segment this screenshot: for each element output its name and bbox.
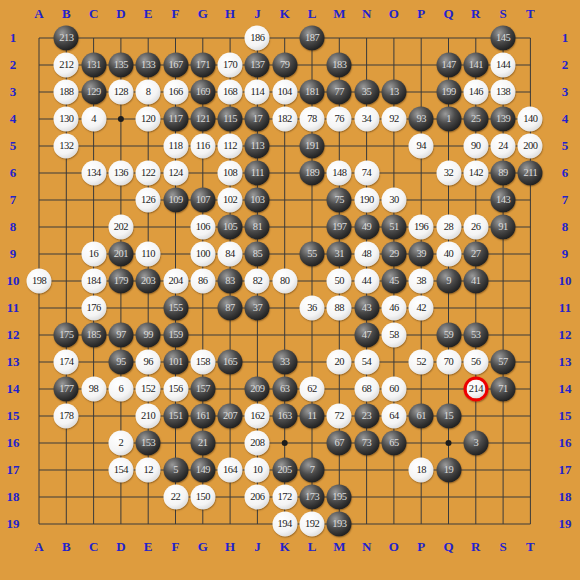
stone-g8-move-106[interactable]: 106 (190, 215, 215, 240)
stone-s7-move-143[interactable]: 143 (491, 188, 516, 213)
row-label-right-7: 7 (562, 192, 569, 208)
row-label-right-6: 6 (562, 165, 569, 181)
stone-n10-move-44[interactable]: 44 (354, 269, 379, 294)
row-label-left-4: 4 (10, 111, 17, 127)
row-label-right-11: 11 (559, 300, 571, 316)
stone-b15-move-178[interactable]: 178 (54, 404, 79, 429)
column-label-top-R: R (471, 6, 480, 22)
stone-k19-move-194[interactable]: 194 (272, 512, 297, 537)
column-label-top-N: N (362, 6, 371, 22)
stone-k15-move-163[interactable]: 163 (272, 404, 297, 429)
stone-e17-move-12[interactable]: 12 (136, 458, 161, 483)
stone-m11-move-88[interactable]: 88 (327, 296, 352, 321)
stone-m8-move-197[interactable]: 197 (327, 215, 352, 240)
stone-j11-move-37[interactable]: 37 (245, 296, 270, 321)
stone-g13-move-158[interactable]: 158 (190, 350, 215, 375)
stone-j8-move-81[interactable]: 81 (245, 215, 270, 240)
stone-q12-move-59[interactable]: 59 (436, 323, 461, 348)
row-label-left-5: 5 (10, 138, 17, 154)
stone-d13-move-95[interactable]: 95 (108, 350, 133, 375)
stone-p10-move-38[interactable]: 38 (409, 269, 434, 294)
stone-d6-move-136[interactable]: 136 (108, 161, 133, 186)
stone-o3-move-13[interactable]: 13 (381, 80, 406, 105)
row-label-right-16: 16 (559, 435, 572, 451)
stone-q9-move-40[interactable]: 40 (436, 242, 461, 267)
stone-q2-move-147[interactable]: 147 (436, 53, 461, 78)
stone-j17-move-10[interactable]: 10 (245, 458, 270, 483)
go-board: AABBCCDDEEFFGGHHJJKKLLMMNNOOPPQQRRSSTT11… (0, 0, 580, 580)
stone-p4-move-93[interactable]: 93 (409, 107, 434, 132)
stone-r12-move-53[interactable]: 53 (463, 323, 488, 348)
stone-n14-move-68[interactable]: 68 (354, 377, 379, 402)
stone-c6-move-134[interactable]: 134 (81, 161, 106, 186)
stone-m15-move-72[interactable]: 72 (327, 404, 352, 429)
stone-s8-move-91[interactable]: 91 (491, 215, 516, 240)
stone-e4-move-120[interactable]: 120 (136, 107, 161, 132)
stone-m9-move-31[interactable]: 31 (327, 242, 352, 267)
stone-l6-move-189[interactable]: 189 (300, 161, 325, 186)
stone-q3-move-199[interactable]: 199 (436, 80, 461, 105)
row-label-left-1: 1 (10, 30, 17, 46)
stone-g10-move-86[interactable]: 86 (190, 269, 215, 294)
stone-m10-move-50[interactable]: 50 (327, 269, 352, 294)
stone-g18-move-150[interactable]: 150 (190, 485, 215, 510)
row-label-right-3: 3 (562, 84, 569, 100)
stone-b12-move-175[interactable]: 175 (54, 323, 79, 348)
column-label-bottom-H: H (225, 539, 235, 555)
stone-l5-move-191[interactable]: 191 (300, 134, 325, 159)
stone-r8-move-26[interactable]: 26 (463, 215, 488, 240)
stone-f4-move-117[interactable]: 117 (163, 107, 188, 132)
stone-h8-move-105[interactable]: 105 (218, 215, 243, 240)
column-label-bottom-K: K (280, 539, 290, 555)
row-label-left-11: 11 (7, 300, 19, 316)
column-label-top-K: K (280, 6, 290, 22)
column-label-top-D: D (116, 6, 125, 22)
stone-j7-move-103[interactable]: 103 (245, 188, 270, 213)
column-label-top-F: F (172, 6, 180, 22)
stone-f7-move-109[interactable]: 109 (163, 188, 188, 213)
stone-k17-move-205[interactable]: 205 (272, 458, 297, 483)
column-label-top-S: S (499, 6, 506, 22)
stone-h2-move-170[interactable]: 170 (218, 53, 243, 78)
stone-n11-move-43[interactable]: 43 (354, 296, 379, 321)
stone-n8-move-49[interactable]: 49 (354, 215, 379, 240)
stone-g16-move-21[interactable]: 21 (190, 431, 215, 456)
stone-m4-move-76[interactable]: 76 (327, 107, 352, 132)
column-label-bottom-P: P (417, 539, 425, 555)
stone-c14-move-98[interactable]: 98 (81, 377, 106, 402)
column-label-bottom-Q: Q (443, 539, 453, 555)
column-label-bottom-G: G (198, 539, 208, 555)
stone-g14-move-157[interactable]: 157 (190, 377, 215, 402)
row-label-left-17: 17 (7, 462, 20, 478)
stone-h7-move-102[interactable]: 102 (218, 188, 243, 213)
row-label-right-9: 9 (562, 246, 569, 262)
stone-j16-move-208[interactable]: 208 (245, 431, 270, 456)
stone-s2-move-144[interactable]: 144 (491, 53, 516, 78)
stone-t4-move-140[interactable]: 140 (518, 107, 543, 132)
stone-b1-move-213[interactable]: 213 (54, 26, 79, 51)
stone-k3-move-104[interactable]: 104 (272, 80, 297, 105)
stone-f10-move-204[interactable]: 204 (163, 269, 188, 294)
stone-n13-move-54[interactable]: 54 (354, 350, 379, 375)
stone-r6-move-142[interactable]: 142 (463, 161, 488, 186)
column-label-bottom-T: T (526, 539, 535, 555)
stone-l3-move-181[interactable]: 181 (300, 80, 325, 105)
stone-e3-move-8[interactable]: 8 (136, 80, 161, 105)
stone-n3-move-35[interactable]: 35 (354, 80, 379, 105)
stone-g15-move-161[interactable]: 161 (190, 404, 215, 429)
column-label-top-H: H (225, 6, 235, 22)
column-label-top-L: L (308, 6, 317, 22)
column-label-bottom-N: N (362, 539, 371, 555)
stone-d10-move-179[interactable]: 179 (108, 269, 133, 294)
stone-m7-move-75[interactable]: 75 (327, 188, 352, 213)
stone-n7-move-190[interactable]: 190 (354, 188, 379, 213)
stone-h11-move-87[interactable]: 87 (218, 296, 243, 321)
row-label-right-12: 12 (559, 327, 572, 343)
row-label-right-10: 10 (559, 273, 572, 289)
row-label-right-15: 15 (559, 408, 572, 424)
stone-l17-move-7[interactable]: 7 (300, 458, 325, 483)
stone-r5-move-90[interactable]: 90 (463, 134, 488, 159)
stone-r13-move-56[interactable]: 56 (463, 350, 488, 375)
row-label-left-14: 14 (7, 381, 20, 397)
stone-p9-move-39[interactable]: 39 (409, 242, 434, 267)
stone-d17-move-154[interactable]: 154 (108, 458, 133, 483)
stone-n16-move-73[interactable]: 73 (354, 431, 379, 456)
stone-j15-move-162[interactable]: 162 (245, 404, 270, 429)
stone-s13-move-57[interactable]: 57 (491, 350, 516, 375)
column-label-bottom-R: R (471, 539, 480, 555)
stone-d2-move-135[interactable]: 135 (108, 53, 133, 78)
stone-c10-move-184[interactable]: 184 (81, 269, 106, 294)
column-label-bottom-A: A (34, 539, 43, 555)
row-label-left-10: 10 (7, 273, 20, 289)
row-label-left-12: 12 (7, 327, 20, 343)
stone-e6-move-122[interactable]: 122 (136, 161, 161, 186)
stone-e12-move-99[interactable]: 99 (136, 323, 161, 348)
stone-g17-move-149[interactable]: 149 (190, 458, 215, 483)
stone-l18-move-173[interactable]: 173 (300, 485, 325, 510)
stone-r4-move-25[interactable]: 25 (463, 107, 488, 132)
stone-n12-move-47[interactable]: 47 (354, 323, 379, 348)
stone-e2-move-133[interactable]: 133 (136, 53, 161, 78)
column-label-top-P: P (417, 6, 425, 22)
stone-s14-move-71[interactable]: 71 (491, 377, 516, 402)
stone-m13-move-20[interactable]: 20 (327, 350, 352, 375)
stone-l15-move-11[interactable]: 11 (300, 404, 325, 429)
stone-p17-move-18[interactable]: 18 (409, 458, 434, 483)
stone-g5-move-116[interactable]: 116 (190, 134, 215, 159)
stone-j5-move-113[interactable]: 113 (245, 134, 270, 159)
stone-q6-move-32[interactable]: 32 (436, 161, 461, 186)
stone-o11-move-46[interactable]: 46 (381, 296, 406, 321)
stone-o8-move-51[interactable]: 51 (381, 215, 406, 240)
stone-h17-move-164[interactable]: 164 (218, 458, 243, 483)
stone-k14-move-63[interactable]: 63 (272, 377, 297, 402)
stone-m19-move-193[interactable]: 193 (327, 512, 352, 537)
stone-o7-move-30[interactable]: 30 (381, 188, 406, 213)
column-label-top-Q: Q (443, 6, 453, 22)
stone-g9-move-100[interactable]: 100 (190, 242, 215, 267)
stone-f14-move-156[interactable]: 156 (163, 377, 188, 402)
stone-s6-move-89[interactable]: 89 (491, 161, 516, 186)
stone-b3-move-188[interactable]: 188 (54, 80, 79, 105)
column-label-bottom-C: C (89, 539, 98, 555)
stone-e15-move-210[interactable]: 210 (136, 404, 161, 429)
stone-n6-move-74[interactable]: 74 (354, 161, 379, 186)
row-label-left-19: 19 (7, 516, 20, 532)
stone-l11-move-36[interactable]: 36 (300, 296, 325, 321)
stone-j2-move-137[interactable]: 137 (245, 53, 270, 78)
stone-j14-move-209[interactable]: 209 (245, 377, 270, 402)
stone-h15-move-207[interactable]: 207 (218, 404, 243, 429)
stone-g7-move-107[interactable]: 107 (190, 188, 215, 213)
stone-k4-move-182[interactable]: 182 (272, 107, 297, 132)
row-label-left-8: 8 (10, 219, 17, 235)
stone-m18-move-195[interactable]: 195 (327, 485, 352, 510)
stone-e9-move-110[interactable]: 110 (136, 242, 161, 267)
stone-s1-move-145[interactable]: 145 (491, 26, 516, 51)
stone-t5-move-200[interactable]: 200 (518, 134, 543, 159)
column-label-bottom-B: B (62, 539, 71, 555)
stone-l4-move-78[interactable]: 78 (300, 107, 325, 132)
stone-b5-move-132[interactable]: 132 (54, 134, 79, 159)
stone-f18-move-22[interactable]: 22 (163, 485, 188, 510)
stone-r3-move-146[interactable]: 146 (463, 80, 488, 105)
stone-c12-move-185[interactable]: 185 (81, 323, 106, 348)
row-label-right-4: 4 (562, 111, 569, 127)
stone-h10-move-83[interactable]: 83 (218, 269, 243, 294)
row-label-left-9: 9 (10, 246, 17, 262)
stone-e13-move-96[interactable]: 96 (136, 350, 161, 375)
stone-k2-move-79[interactable]: 79 (272, 53, 297, 78)
stone-f12-move-159[interactable]: 159 (163, 323, 188, 348)
column-label-bottom-J: J (254, 539, 261, 555)
column-label-bottom-F: F (172, 539, 180, 555)
column-label-bottom-D: D (116, 539, 125, 555)
stone-j18-move-206[interactable]: 206 (245, 485, 270, 510)
stone-p8-move-196[interactable]: 196 (409, 215, 434, 240)
stone-f6-move-124[interactable]: 124 (163, 161, 188, 186)
stone-t6-move-211[interactable]: 211 (518, 161, 543, 186)
stone-f15-move-151[interactable]: 151 (163, 404, 188, 429)
stone-d8-move-202[interactable]: 202 (108, 215, 133, 240)
stone-h3-move-168[interactable]: 168 (218, 80, 243, 105)
row-label-right-13: 13 (559, 354, 572, 370)
row-label-left-15: 15 (7, 408, 20, 424)
row-label-left-3: 3 (10, 84, 17, 100)
stone-m16-move-67[interactable]: 67 (327, 431, 352, 456)
row-label-left-13: 13 (7, 354, 20, 370)
stone-o16-move-65[interactable]: 65 (381, 431, 406, 456)
stone-s5-move-24[interactable]: 24 (491, 134, 516, 159)
stone-q13-move-70[interactable]: 70 (436, 350, 461, 375)
stone-l9-move-55[interactable]: 55 (300, 242, 325, 267)
stone-b4-move-130[interactable]: 130 (54, 107, 79, 132)
row-label-right-5: 5 (562, 138, 569, 154)
stone-g4-move-121[interactable]: 121 (190, 107, 215, 132)
stone-o14-move-60[interactable]: 60 (381, 377, 406, 402)
stone-e16-move-153[interactable]: 153 (136, 431, 161, 456)
stone-q17-move-19[interactable]: 19 (436, 458, 461, 483)
stone-j10-move-82[interactable]: 82 (245, 269, 270, 294)
stone-f11-move-155[interactable]: 155 (163, 296, 188, 321)
row-label-right-1: 1 (562, 30, 569, 46)
stone-k18-move-172[interactable]: 172 (272, 485, 297, 510)
stone-d3-move-128[interactable]: 128 (108, 80, 133, 105)
stone-k10-move-80[interactable]: 80 (272, 269, 297, 294)
stone-o10-move-45[interactable]: 45 (381, 269, 406, 294)
stone-p5-move-94[interactable]: 94 (409, 134, 434, 159)
stone-n9-move-48[interactable]: 48 (354, 242, 379, 267)
column-label-bottom-O: O (389, 539, 399, 555)
stone-j3-move-114[interactable]: 114 (245, 80, 270, 105)
stone-r14-move-214[interactable]: 214 (463, 377, 488, 402)
column-label-top-E: E (144, 6, 153, 22)
stone-q8-move-28[interactable]: 28 (436, 215, 461, 240)
stone-d9-move-201[interactable]: 201 (108, 242, 133, 267)
stone-c9-move-16[interactable]: 16 (81, 242, 106, 267)
stone-g2-move-171[interactable]: 171 (190, 53, 215, 78)
stone-r10-move-41[interactable]: 41 (463, 269, 488, 294)
stone-m6-move-148[interactable]: 148 (327, 161, 352, 186)
row-label-left-6: 6 (10, 165, 17, 181)
stone-o4-move-92[interactable]: 92 (381, 107, 406, 132)
stone-m3-move-77[interactable]: 77 (327, 80, 352, 105)
stone-n15-move-23[interactable]: 23 (354, 404, 379, 429)
column-label-top-T: T (526, 6, 535, 22)
stone-p15-move-61[interactable]: 61 (409, 404, 434, 429)
stone-h4-move-115[interactable]: 115 (218, 107, 243, 132)
stone-f2-move-167[interactable]: 167 (163, 53, 188, 78)
column-label-top-G: G (198, 6, 208, 22)
stone-l14-move-62[interactable]: 62 (300, 377, 325, 402)
row-label-left-7: 7 (10, 192, 17, 208)
stone-b2-move-212[interactable]: 212 (54, 53, 79, 78)
stone-a10-move-198[interactable]: 198 (27, 269, 52, 294)
row-label-left-16: 16 (7, 435, 20, 451)
stone-j1-move-186[interactable]: 186 (245, 26, 270, 51)
stone-s3-move-138[interactable]: 138 (491, 80, 516, 105)
stone-l19-move-192[interactable]: 192 (300, 512, 325, 537)
stone-r9-move-27[interactable]: 27 (463, 242, 488, 267)
stone-c3-move-129[interactable]: 129 (81, 80, 106, 105)
column-label-bottom-S: S (499, 539, 506, 555)
stone-h13-move-165[interactable]: 165 (218, 350, 243, 375)
stone-m2-move-183[interactable]: 183 (327, 53, 352, 78)
stone-e14-move-152[interactable]: 152 (136, 377, 161, 402)
stone-o9-move-29[interactable]: 29 (381, 242, 406, 267)
stone-p13-move-52[interactable]: 52 (409, 350, 434, 375)
stone-s4-move-139[interactable]: 139 (491, 107, 516, 132)
column-label-top-M: M (333, 6, 345, 22)
stone-c2-move-131[interactable]: 131 (81, 53, 106, 78)
stone-p11-move-42[interactable]: 42 (409, 296, 434, 321)
stone-f13-move-101[interactable]: 101 (163, 350, 188, 375)
row-label-right-19: 19 (559, 516, 572, 532)
column-label-bottom-M: M (333, 539, 345, 555)
stone-d16-move-2[interactable]: 2 (108, 431, 133, 456)
stone-f5-move-118[interactable]: 118 (163, 134, 188, 159)
stone-b13-move-174[interactable]: 174 (54, 350, 79, 375)
row-label-left-18: 18 (7, 489, 20, 505)
stone-h6-move-108[interactable]: 108 (218, 161, 243, 186)
stone-l1-move-187[interactable]: 187 (300, 26, 325, 51)
stone-d12-move-97[interactable]: 97 (108, 323, 133, 348)
stone-r2-move-141[interactable]: 141 (463, 53, 488, 78)
row-label-right-14: 14 (559, 381, 572, 397)
row-label-right-18: 18 (559, 489, 572, 505)
stone-e7-move-126[interactable]: 126 (136, 188, 161, 213)
stone-k13-move-33[interactable]: 33 (272, 350, 297, 375)
stone-q15-move-15[interactable]: 15 (436, 404, 461, 429)
stone-c11-move-176[interactable]: 176 (81, 296, 106, 321)
stone-j9-move-85[interactable]: 85 (245, 242, 270, 267)
stone-c4-move-4[interactable]: 4 (81, 107, 106, 132)
stone-h9-move-84[interactable]: 84 (218, 242, 243, 267)
stone-d14-move-6[interactable]: 6 (108, 377, 133, 402)
stone-j6-move-111[interactable]: 111 (245, 161, 270, 186)
row-label-right-8: 8 (562, 219, 569, 235)
stone-g3-move-169[interactable]: 169 (190, 80, 215, 105)
stone-o15-move-64[interactable]: 64 (381, 404, 406, 429)
stone-e10-move-203[interactable]: 203 (136, 269, 161, 294)
column-label-bottom-L: L (308, 539, 317, 555)
column-label-bottom-E: E (144, 539, 153, 555)
column-label-top-B: B (62, 6, 71, 22)
row-label-left-2: 2 (10, 57, 17, 73)
stone-n4-move-34[interactable]: 34 (354, 107, 379, 132)
stone-q4-move-1[interactable]: 1 (436, 107, 461, 132)
stone-o12-move-58[interactable]: 58 (381, 323, 406, 348)
column-label-top-C: C (89, 6, 98, 22)
stone-r16-move-3[interactable]: 3 (463, 431, 488, 456)
stone-q10-move-9[interactable]: 9 (436, 269, 461, 294)
stone-j4-move-17[interactable]: 17 (245, 107, 270, 132)
stone-f3-move-166[interactable]: 166 (163, 80, 188, 105)
row-label-right-2: 2 (562, 57, 569, 73)
column-label-top-J: J (254, 6, 261, 22)
stone-h5-move-112[interactable]: 112 (218, 134, 243, 159)
row-label-right-17: 17 (559, 462, 572, 478)
stone-f17-move-5[interactable]: 5 (163, 458, 188, 483)
column-label-top-O: O (389, 6, 399, 22)
column-label-top-A: A (34, 6, 43, 22)
stone-b14-move-177[interactable]: 177 (54, 377, 79, 402)
